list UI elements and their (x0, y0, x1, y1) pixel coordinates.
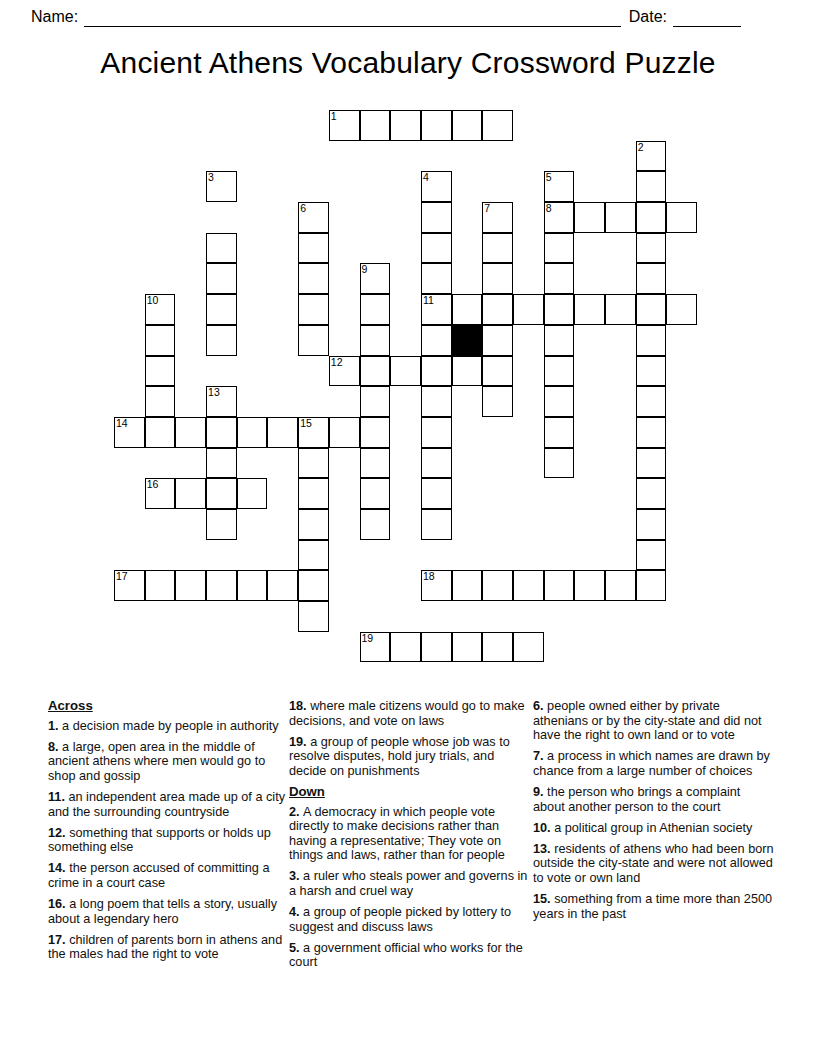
grid-cell[interactable] (237, 570, 268, 601)
clue-4: 4. a group of people picked by lottery t… (289, 905, 529, 934)
grid-cell[interactable]: 19 (360, 632, 391, 663)
grid-cell[interactable] (636, 509, 667, 540)
grid-cell[interactable] (298, 509, 329, 540)
grid-cell[interactable] (175, 417, 206, 448)
grid-cell[interactable] (360, 448, 391, 479)
clue-10: 10. a political group in Athenian societ… (533, 821, 775, 836)
grid-cell[interactable]: 16 (145, 478, 176, 509)
clue-number: 15 (300, 417, 312, 429)
worksheet-page: Name: Date: Ancient Athens Vocabulary Cr… (0, 0, 816, 1056)
grid-cell[interactable] (298, 325, 329, 356)
grid-cell[interactable] (421, 632, 452, 663)
clue-number: 2 (638, 141, 644, 153)
grid-cell[interactable] (267, 417, 298, 448)
grid-cell[interactable]: 11 (421, 294, 452, 325)
grid-cell[interactable] (452, 294, 483, 325)
clue-8: 8. a large, open area in the middle of a… (48, 740, 286, 784)
grid-cell[interactable] (206, 294, 237, 325)
grid-cell[interactable] (298, 570, 329, 601)
grid-cell[interactable] (360, 386, 391, 417)
grid-cell[interactable] (544, 417, 575, 448)
clue-5: 5. a government official who works for t… (289, 941, 529, 970)
grid-cell[interactable] (390, 356, 421, 387)
clue-number: 5 (546, 171, 552, 183)
grid-cell[interactable] (298, 294, 329, 325)
grid-cell[interactable] (298, 601, 329, 632)
grid-cell[interactable] (452, 570, 483, 601)
clue-3: 3. a ruler who steals power and governs … (289, 869, 529, 898)
clue-number: 10 (147, 294, 159, 306)
grid-cell[interactable]: 6 (298, 202, 329, 233)
clue-6: 6. people owned either by private atheni… (533, 699, 775, 743)
grid-cell[interactable] (544, 263, 575, 294)
grid-cell[interactable] (513, 570, 544, 601)
grid-cell[interactable]: 1 (329, 110, 360, 141)
grid-cell[interactable] (175, 570, 206, 601)
clue-number: 19 (362, 632, 374, 644)
grid-cell[interactable] (636, 478, 667, 509)
clue-14: 14. the person accused of committing a c… (48, 861, 286, 890)
grid-cell[interactable]: 18 (421, 570, 452, 601)
grid-cell[interactable] (636, 325, 667, 356)
clue-number: 11 (423, 294, 434, 306)
grid-cell[interactable] (360, 325, 391, 356)
grid-cell[interactable] (206, 478, 237, 509)
grid-cell[interactable] (544, 448, 575, 479)
grid-cell[interactable]: 17 (114, 570, 145, 601)
grid-cell[interactable]: 8 (544, 202, 575, 233)
grid-cell[interactable] (574, 570, 605, 601)
grid-cell[interactable] (421, 233, 452, 264)
clue-number: 13 (208, 386, 220, 398)
grid-cell[interactable] (360, 509, 391, 540)
clue-9: 9. the person who brings a complaint abo… (533, 785, 775, 814)
clue-number: 6 (300, 202, 306, 214)
clue-number: 1 (331, 110, 337, 122)
grid-cell[interactable] (360, 110, 391, 141)
grid-cell[interactable] (482, 632, 513, 663)
puzzle-title: Ancient Athens Vocabulary Crossword Puzz… (0, 46, 816, 80)
grid-cell[interactable] (298, 448, 329, 479)
grid-cell[interactable]: 13 (206, 386, 237, 417)
grid-cell[interactable] (145, 417, 176, 448)
crossword-grid: 12345678910111213141516171819 (114, 110, 697, 662)
grid-cell[interactable] (452, 110, 483, 141)
grid-cell[interactable] (605, 202, 636, 233)
grid-cell[interactable] (145, 386, 176, 417)
grid-cell[interactable] (421, 509, 452, 540)
grid-cell[interactable] (544, 386, 575, 417)
grid-cell[interactable] (421, 356, 452, 387)
grid-cell[interactable] (636, 263, 667, 294)
grid-cell[interactable] (482, 325, 513, 356)
grid-cell[interactable] (482, 294, 513, 325)
grid-cell[interactable] (636, 386, 667, 417)
grid-cell[interactable] (513, 294, 544, 325)
name-input-line[interactable] (84, 6, 621, 27)
clue-12: 12. something that supports or holds up … (48, 826, 286, 855)
grid-cell[interactable] (421, 417, 452, 448)
grid-cell[interactable] (636, 448, 667, 479)
grid-cell[interactable] (513, 632, 544, 663)
grid-cell[interactable] (636, 233, 667, 264)
grid-cell[interactable]: 2 (636, 141, 667, 172)
clue-number: 9 (362, 263, 368, 275)
grid-cell[interactable] (452, 356, 483, 387)
grid-cell[interactable] (206, 263, 237, 294)
grid-cell[interactable] (267, 570, 298, 601)
grid-cell[interactable] (206, 417, 237, 448)
clues-column-3: 6. people owned either by private atheni… (533, 699, 775, 928)
grid-cell[interactable] (360, 356, 391, 387)
grid-cell[interactable] (206, 448, 237, 479)
clue-17: 17. children of parents born in athens a… (48, 933, 286, 962)
grid-cell[interactable] (605, 294, 636, 325)
grid-cell[interactable] (298, 540, 329, 571)
clue-16: 16. a long poem that tells a story, usua… (48, 897, 286, 926)
grid-cell[interactable] (421, 325, 452, 356)
grid-cell[interactable] (605, 570, 636, 601)
clues-column-1: Across1. a decision made by people in au… (48, 699, 286, 968)
grid-cell[interactable] (482, 263, 513, 294)
grid-cell[interactable] (421, 110, 452, 141)
grid-cell[interactable] (145, 570, 176, 601)
grid-cell[interactable] (544, 294, 575, 325)
grid-cell[interactable] (298, 478, 329, 509)
clue-19: 19. a group of people whose job was to r… (289, 735, 529, 779)
grid-cell[interactable] (206, 509, 237, 540)
clue-section-heading-across: Across (48, 699, 286, 714)
grid-cell[interactable] (206, 570, 237, 601)
clue-2: 2. A democracy in which people vote dire… (289, 805, 529, 863)
grid-cell[interactable] (298, 233, 329, 264)
clue-section-heading-down: Down (289, 785, 529, 800)
clue-1: 1. a decision made by people in authorit… (48, 719, 286, 734)
grid-cell[interactable] (544, 233, 575, 264)
grid-cell[interactable] (421, 386, 452, 417)
grid-cell[interactable] (421, 202, 452, 233)
grid-cell[interactable] (360, 417, 391, 448)
clue-number: 4 (423, 171, 429, 183)
grid-cell[interactable] (421, 448, 452, 479)
grid-cell[interactable] (482, 356, 513, 387)
grid-cell[interactable] (206, 233, 237, 264)
grid-cell[interactable] (636, 294, 667, 325)
grid-cell[interactable] (482, 233, 513, 264)
clue-number: 14 (116, 417, 128, 429)
grid-cell[interactable] (145, 356, 176, 387)
clue-18: 18. where male citizens would go to make… (289, 699, 529, 728)
grid-cell[interactable] (636, 171, 667, 202)
grid-cell[interactable] (390, 632, 421, 663)
black-cell (452, 325, 483, 356)
clue-number: 3 (208, 171, 214, 183)
clue-number: 16 (147, 478, 159, 490)
grid-cell[interactable] (544, 356, 575, 387)
grid-cell[interactable] (329, 417, 360, 448)
grid-cell[interactable] (574, 294, 605, 325)
grid-cell[interactable] (574, 202, 605, 233)
grid-cell[interactable] (636, 570, 667, 601)
clue-number: 18 (423, 570, 435, 582)
grid-cell[interactable]: 5 (544, 171, 575, 202)
grid-cell[interactable] (636, 356, 667, 387)
date-label: Date: (629, 8, 667, 27)
grid-cell[interactable] (666, 202, 697, 233)
grid-cell[interactable] (360, 478, 391, 509)
name-label: Name: (31, 8, 78, 27)
grid-cell[interactable] (544, 570, 575, 601)
clues-column-2: 18. where male citizens would go to make… (289, 699, 529, 977)
grid-cell[interactable] (636, 202, 667, 233)
grid-cell[interactable]: 9 (360, 263, 391, 294)
date-input-line[interactable] (673, 6, 741, 27)
clue-15: 15. something from a time more than 2500… (533, 892, 775, 921)
grid-cell[interactable]: 7 (482, 202, 513, 233)
grid-cell[interactable] (452, 632, 483, 663)
clue-number: 12 (331, 356, 343, 368)
grid-cell[interactable] (482, 110, 513, 141)
grid-cell[interactable]: 3 (206, 171, 237, 202)
grid-cell[interactable] (206, 325, 237, 356)
clue-13: 13. residents of athens who had been bor… (533, 842, 775, 886)
grid-cell[interactable]: 15 (298, 417, 329, 448)
clue-number: 17 (116, 570, 128, 582)
grid-cell[interactable] (636, 540, 667, 571)
grid-cell[interactable]: 10 (145, 294, 176, 325)
clue-7: 7. a process in which names are drawn by… (533, 749, 775, 778)
grid-cell[interactable]: 12 (329, 356, 360, 387)
grid-cell[interactable] (298, 263, 329, 294)
grid-cell[interactable]: 14 (114, 417, 145, 448)
clue-11: 11. an independent area made up of a cit… (48, 790, 286, 819)
grid-cell[interactable] (360, 294, 391, 325)
header-row: Name: Date: (31, 6, 741, 27)
grid-cell[interactable] (237, 417, 268, 448)
grid-cell[interactable] (482, 386, 513, 417)
clue-number: 8 (546, 202, 552, 214)
grid-cell[interactable] (145, 325, 176, 356)
grid-cell[interactable] (421, 478, 452, 509)
grid-cell[interactable]: 4 (421, 171, 452, 202)
grid-cell[interactable] (421, 263, 452, 294)
grid-cell[interactable] (666, 294, 697, 325)
grid-cell[interactable] (237, 478, 268, 509)
clue-number: 7 (484, 202, 490, 214)
grid-cell[interactable] (175, 478, 206, 509)
grid-cell[interactable] (390, 110, 421, 141)
grid-cell[interactable] (482, 570, 513, 601)
grid-cell[interactable] (544, 325, 575, 356)
grid-cell[interactable] (636, 417, 667, 448)
